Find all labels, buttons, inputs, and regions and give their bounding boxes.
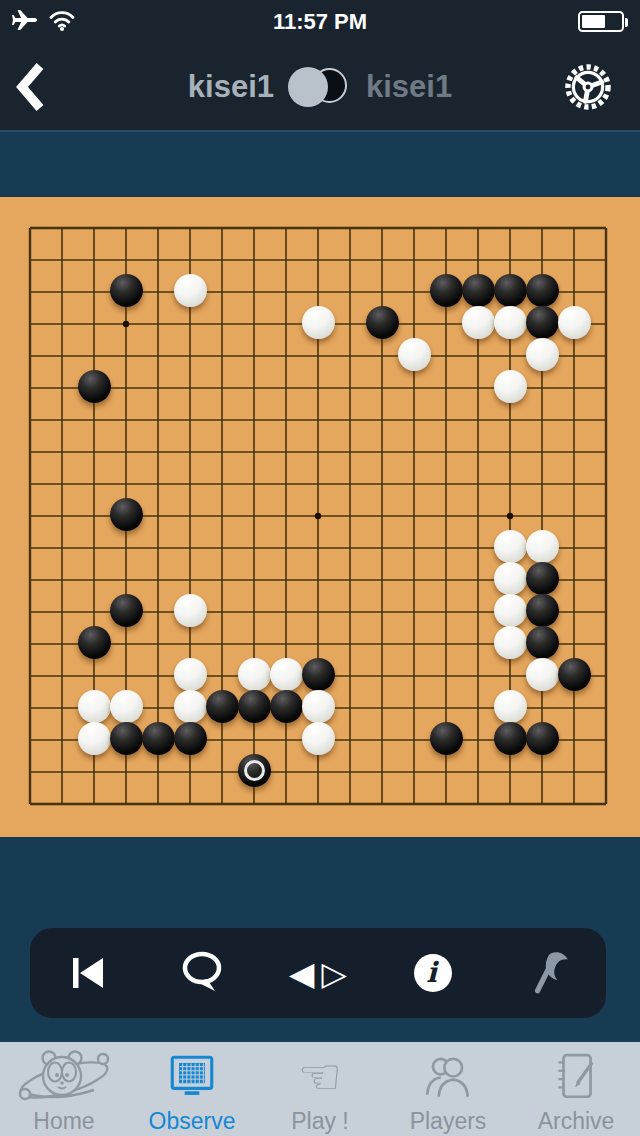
white-stone (302, 722, 335, 755)
white-stone (526, 658, 559, 691)
black-stone (526, 722, 559, 755)
nav-bar: kisei1 kisei1 (0, 44, 640, 130)
tab-home[interactable]: Home (0, 1042, 128, 1136)
tab-bar: Home Observe (0, 1042, 640, 1136)
step-back-icon: ◀ (289, 954, 314, 993)
black-stone (78, 370, 111, 403)
white-stone (110, 690, 143, 723)
tab-home-label: Home (33, 1108, 94, 1135)
white-stone (526, 530, 559, 563)
black-stone (142, 722, 175, 755)
white-stone (78, 690, 111, 723)
white-stone (398, 338, 431, 371)
black-stone (526, 562, 559, 595)
black-stone (238, 690, 271, 723)
black-white-stones-icon (288, 65, 352, 109)
black-player-name: kisei1 (188, 69, 274, 105)
upper-band (0, 130, 640, 197)
skip-to-start-button[interactable] (53, 938, 123, 1008)
tab-observe-label: Observe (149, 1108, 236, 1135)
battery-fill (582, 15, 605, 28)
players-icon (421, 1049, 475, 1105)
lower-band: ◀ ▷ i (0, 837, 640, 1042)
white-stone (174, 658, 207, 691)
white-stone (494, 562, 527, 595)
black-stone (270, 690, 303, 723)
info-icon: i (414, 954, 452, 992)
tab-archive-label: Archive (538, 1108, 615, 1135)
step-back-forward-button[interactable]: ◀ ▷ (283, 938, 353, 1008)
white-stone (174, 594, 207, 627)
white-player-name: kisei1 (366, 69, 452, 105)
black-stone (526, 306, 559, 339)
tab-play[interactable]: ☜ Play ! (256, 1042, 384, 1136)
goban-monitor-icon (165, 1049, 219, 1105)
tab-players[interactable]: Players (384, 1042, 512, 1136)
black-stone (494, 274, 527, 307)
battery-icon (578, 11, 624, 32)
black-stone (526, 594, 559, 627)
settings-gear-button[interactable] (562, 61, 614, 113)
black-stone (238, 754, 271, 787)
black-stone (366, 306, 399, 339)
black-stone (462, 274, 495, 307)
white-stone (174, 690, 207, 723)
white-stone (238, 658, 271, 691)
black-stone (206, 690, 239, 723)
white-stone (494, 690, 527, 723)
speech-bubble-icon (180, 951, 226, 995)
go-board[interactable] (0, 197, 640, 837)
info-button[interactable]: i (398, 938, 468, 1008)
step-forward-icon: ▷ (321, 954, 346, 993)
tab-players-label: Players (410, 1108, 487, 1135)
white-stone (494, 594, 527, 627)
skip-to-start-icon (66, 953, 110, 993)
white-stone (494, 370, 527, 403)
black-stone (110, 498, 143, 531)
black-stone (526, 274, 559, 307)
last-move-marker (244, 760, 265, 781)
resign-button[interactable] (513, 938, 583, 1008)
black-stone (430, 722, 463, 755)
white-stone (78, 722, 111, 755)
tab-observe[interactable]: Observe (128, 1042, 256, 1136)
black-stone (430, 274, 463, 307)
white-stone (302, 306, 335, 339)
white-stone (174, 274, 207, 307)
control-bar: ◀ ▷ i (30, 928, 606, 1018)
status-time: 11:57 PM (0, 0, 640, 44)
tab-archive[interactable]: Archive (512, 1042, 640, 1136)
white-stone (558, 306, 591, 339)
white-stone (302, 690, 335, 723)
game-title: kisei1 kisei1 (0, 44, 640, 130)
white-stone (494, 306, 527, 339)
black-stone (174, 722, 207, 755)
black-stone (78, 626, 111, 659)
status-bar: 11:57 PM (0, 0, 640, 44)
tab-play-label: Play ! (291, 1108, 349, 1135)
axe-icon (525, 950, 571, 996)
white-stone (462, 306, 495, 339)
screen: 11:57 PM kisei1 kisei1 (0, 0, 640, 1136)
white-stone (494, 530, 527, 563)
white-stone (270, 658, 303, 691)
black-stone (110, 274, 143, 307)
white-stone (526, 338, 559, 371)
black-stone (494, 722, 527, 755)
black-stone (558, 658, 591, 691)
black-stone (302, 658, 335, 691)
panda-icon (12, 1046, 116, 1108)
notebook-pencil-icon (549, 1049, 603, 1105)
chat-button[interactable] (168, 938, 238, 1008)
black-stone (110, 594, 143, 627)
black-stone (526, 626, 559, 659)
black-stone (110, 722, 143, 755)
hand-icon: ☜ (298, 1052, 343, 1102)
white-stone (494, 626, 527, 659)
